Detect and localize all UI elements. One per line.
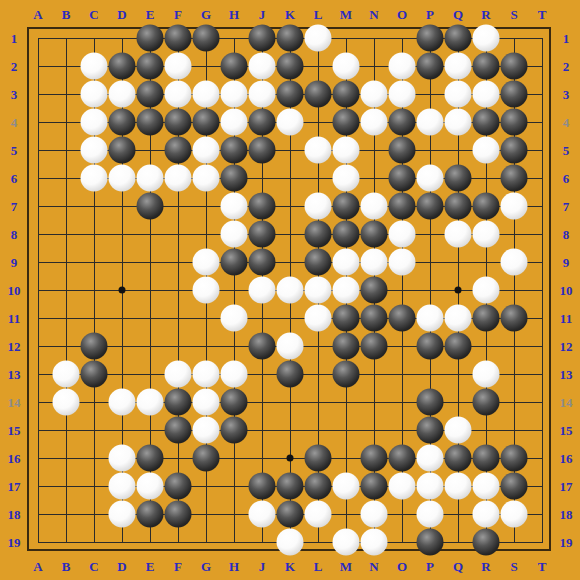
col-label-top-F: F <box>174 8 182 21</box>
row-label-left-7: 7 <box>11 200 18 213</box>
white-stone-C2[interactable] <box>81 53 108 80</box>
row-label-left-10: 10 <box>8 284 21 297</box>
white-stone-P16[interactable] <box>417 445 444 472</box>
white-stone-H4[interactable] <box>221 109 248 136</box>
row-label-right-1: 1 <box>563 32 570 45</box>
col-label-top-B: B <box>62 8 71 21</box>
row-label-right-17: 17 <box>560 480 573 493</box>
row-label-left-3: 3 <box>11 88 18 101</box>
row-label-left-2: 2 <box>11 60 18 73</box>
row-label-left-15: 15 <box>8 424 21 437</box>
black-stone-G4[interactable] <box>193 109 220 136</box>
white-stone-G5[interactable] <box>193 137 220 164</box>
white-stone-M10[interactable] <box>333 277 360 304</box>
white-stone-C4[interactable] <box>81 109 108 136</box>
white-stone-S18[interactable] <box>501 501 528 528</box>
black-stone-O7[interactable] <box>389 193 416 220</box>
white-stone-P18[interactable] <box>417 501 444 528</box>
black-stone-H5[interactable] <box>221 137 248 164</box>
row-label-left-5: 5 <box>11 144 18 157</box>
row-label-right-16: 16 <box>560 452 573 465</box>
black-stone-J17[interactable] <box>249 473 276 500</box>
black-stone-H9[interactable] <box>221 249 248 276</box>
col-label-bottom-G: G <box>201 560 211 573</box>
white-stone-Q3[interactable] <box>445 81 472 108</box>
white-stone-C6[interactable] <box>81 165 108 192</box>
col-label-bottom-F: F <box>174 560 182 573</box>
black-stone-G16[interactable] <box>193 445 220 472</box>
black-stone-C12[interactable] <box>81 333 108 360</box>
black-stone-N10[interactable] <box>361 277 388 304</box>
white-stone-D6[interactable] <box>109 165 136 192</box>
white-stone-F13[interactable] <box>165 361 192 388</box>
white-stone-N4[interactable] <box>361 109 388 136</box>
black-stone-N16[interactable] <box>361 445 388 472</box>
black-stone-O5[interactable] <box>389 137 416 164</box>
row-label-right-5: 5 <box>563 144 570 157</box>
black-stone-L3[interactable] <box>305 81 332 108</box>
black-stone-E18[interactable] <box>137 501 164 528</box>
white-stone-R18[interactable] <box>473 501 500 528</box>
white-stone-O9[interactable] <box>389 249 416 276</box>
white-stone-B14[interactable] <box>53 389 80 416</box>
black-stone-S11[interactable] <box>501 305 528 332</box>
black-stone-J8[interactable] <box>249 221 276 248</box>
row-label-left-1: 1 <box>11 32 18 45</box>
black-stone-M12[interactable] <box>333 333 360 360</box>
white-stone-M9[interactable] <box>333 249 360 276</box>
white-stone-L1[interactable] <box>305 25 332 52</box>
white-stone-O3[interactable] <box>389 81 416 108</box>
black-stone-E1[interactable] <box>137 25 164 52</box>
white-stone-Q15[interactable] <box>445 417 472 444</box>
white-stone-L5[interactable] <box>305 137 332 164</box>
black-stone-J1[interactable] <box>249 25 276 52</box>
row-label-left-14: 14 <box>8 396 21 409</box>
white-stone-O17[interactable] <box>389 473 416 500</box>
white-stone-N3[interactable] <box>361 81 388 108</box>
col-label-top-Q: Q <box>453 8 463 21</box>
black-stone-P15[interactable] <box>417 417 444 444</box>
row-label-right-12: 12 <box>560 340 573 353</box>
black-stone-P19[interactable] <box>417 529 444 556</box>
col-label-top-K: K <box>285 8 295 21</box>
white-stone-C5[interactable] <box>81 137 108 164</box>
col-label-top-L: L <box>314 8 323 21</box>
white-stone-D14[interactable] <box>109 389 136 416</box>
white-stone-P6[interactable] <box>417 165 444 192</box>
white-stone-K12[interactable] <box>277 333 304 360</box>
white-stone-R17[interactable] <box>473 473 500 500</box>
black-stone-O16[interactable] <box>389 445 416 472</box>
row-label-left-9: 9 <box>11 256 18 269</box>
black-stone-Q1[interactable] <box>445 25 472 52</box>
white-stone-Q2[interactable] <box>445 53 472 80</box>
row-label-right-6: 6 <box>563 172 570 185</box>
row-label-left-19: 19 <box>8 536 21 549</box>
black-stone-E4[interactable] <box>137 109 164 136</box>
col-label-bottom-B: B <box>62 560 71 573</box>
black-stone-E3[interactable] <box>137 81 164 108</box>
white-stone-F3[interactable] <box>165 81 192 108</box>
white-stone-R13[interactable] <box>473 361 500 388</box>
black-stone-F5[interactable] <box>165 137 192 164</box>
col-label-top-E: E <box>146 8 155 21</box>
white-stone-N9[interactable] <box>361 249 388 276</box>
col-label-top-P: P <box>426 8 434 21</box>
black-stone-F18[interactable] <box>165 501 192 528</box>
black-stone-E16[interactable] <box>137 445 164 472</box>
black-stone-K18[interactable] <box>277 501 304 528</box>
white-stone-B13[interactable] <box>53 361 80 388</box>
col-label-top-N: N <box>369 8 378 21</box>
black-stone-K2[interactable] <box>277 53 304 80</box>
black-stone-K17[interactable] <box>277 473 304 500</box>
white-stone-P11[interactable] <box>417 305 444 332</box>
white-stone-P17[interactable] <box>417 473 444 500</box>
black-stone-L8[interactable] <box>305 221 332 248</box>
black-stone-S4[interactable] <box>501 109 528 136</box>
col-label-top-C: C <box>89 8 98 21</box>
white-stone-H8[interactable] <box>221 221 248 248</box>
white-stone-D17[interactable] <box>109 473 136 500</box>
row-label-right-2: 2 <box>563 60 570 73</box>
black-stone-S6[interactable] <box>501 165 528 192</box>
black-stone-K1[interactable] <box>277 25 304 52</box>
black-stone-J4[interactable] <box>249 109 276 136</box>
white-stone-E6[interactable] <box>137 165 164 192</box>
black-stone-F1[interactable] <box>165 25 192 52</box>
white-stone-L7[interactable] <box>305 193 332 220</box>
white-stone-G13[interactable] <box>193 361 220 388</box>
white-stone-G6[interactable] <box>193 165 220 192</box>
white-stone-J3[interactable] <box>249 81 276 108</box>
black-stone-Q6[interactable] <box>445 165 472 192</box>
black-stone-O6[interactable] <box>389 165 416 192</box>
col-label-top-R: R <box>481 8 490 21</box>
white-stone-R8[interactable] <box>473 221 500 248</box>
black-stone-F14[interactable] <box>165 389 192 416</box>
black-stone-H15[interactable] <box>221 417 248 444</box>
row-label-right-7: 7 <box>563 200 570 213</box>
row-label-right-19: 19 <box>560 536 573 549</box>
black-stone-F17[interactable] <box>165 473 192 500</box>
row-label-left-11: 11 <box>8 312 20 325</box>
col-label-top-G: G <box>201 8 211 21</box>
white-stone-H13[interactable] <box>221 361 248 388</box>
black-stone-K3[interactable] <box>277 81 304 108</box>
row-label-left-18: 18 <box>8 508 21 521</box>
white-stone-F6[interactable] <box>165 165 192 192</box>
black-stone-N8[interactable] <box>361 221 388 248</box>
black-stone-L17[interactable] <box>305 473 332 500</box>
white-stone-J18[interactable] <box>249 501 276 528</box>
white-stone-M6[interactable] <box>333 165 360 192</box>
black-stone-O4[interactable] <box>389 109 416 136</box>
black-stone-D4[interactable] <box>109 109 136 136</box>
white-stone-M5[interactable] <box>333 137 360 164</box>
white-stone-N19[interactable] <box>361 529 388 556</box>
col-label-top-D: D <box>117 8 126 21</box>
white-stone-O2[interactable] <box>389 53 416 80</box>
white-stone-J2[interactable] <box>249 53 276 80</box>
black-stone-J9[interactable] <box>249 249 276 276</box>
white-stone-E14[interactable] <box>137 389 164 416</box>
black-stone-R16[interactable] <box>473 445 500 472</box>
white-stone-L18[interactable] <box>305 501 332 528</box>
col-label-bottom-D: D <box>117 560 126 573</box>
row-label-right-4: 4 <box>563 116 570 129</box>
black-stone-O11[interactable] <box>389 305 416 332</box>
white-stone-J10[interactable] <box>249 277 276 304</box>
black-stone-F4[interactable] <box>165 109 192 136</box>
row-label-left-6: 6 <box>11 172 18 185</box>
black-stone-J5[interactable] <box>249 137 276 164</box>
star-point-K16 <box>287 455 294 462</box>
black-stone-N17[interactable] <box>361 473 388 500</box>
row-label-left-8: 8 <box>11 228 18 241</box>
white-stone-K4[interactable] <box>277 109 304 136</box>
white-stone-R3[interactable] <box>473 81 500 108</box>
col-label-bottom-M: M <box>340 560 352 573</box>
black-stone-M4[interactable] <box>333 109 360 136</box>
col-label-bottom-T: T <box>538 560 547 573</box>
white-stone-H7[interactable] <box>221 193 248 220</box>
row-label-right-13: 13 <box>560 368 573 381</box>
black-stone-S17[interactable] <box>501 473 528 500</box>
black-stone-P1[interactable] <box>417 25 444 52</box>
black-stone-R4[interactable] <box>473 109 500 136</box>
black-stone-S16[interactable] <box>501 445 528 472</box>
black-stone-G1[interactable] <box>193 25 220 52</box>
col-label-bottom-L: L <box>314 560 323 573</box>
white-stone-N7[interactable] <box>361 193 388 220</box>
white-stone-D3[interactable] <box>109 81 136 108</box>
black-stone-P2[interactable] <box>417 53 444 80</box>
white-stone-G15[interactable] <box>193 417 220 444</box>
black-stone-R2[interactable] <box>473 53 500 80</box>
white-stone-R10[interactable] <box>473 277 500 304</box>
black-stone-D2[interactable] <box>109 53 136 80</box>
white-stone-F2[interactable] <box>165 53 192 80</box>
col-label-top-J: J <box>259 8 266 21</box>
row-label-right-11: 11 <box>560 312 572 325</box>
black-stone-M8[interactable] <box>333 221 360 248</box>
black-stone-S3[interactable] <box>501 81 528 108</box>
white-stone-L11[interactable] <box>305 305 332 332</box>
black-stone-S2[interactable] <box>501 53 528 80</box>
black-stone-M7[interactable] <box>333 193 360 220</box>
white-stone-M19[interactable] <box>333 529 360 556</box>
col-label-bottom-Q: Q <box>453 560 463 573</box>
white-stone-K10[interactable] <box>277 277 304 304</box>
white-stone-S7[interactable] <box>501 193 528 220</box>
white-stone-N18[interactable] <box>361 501 388 528</box>
col-label-bottom-J: J <box>259 560 266 573</box>
col-label-top-S: S <box>510 8 517 21</box>
white-stone-H3[interactable] <box>221 81 248 108</box>
black-stone-M3[interactable] <box>333 81 360 108</box>
white-stone-L10[interactable] <box>305 277 332 304</box>
white-stone-G3[interactable] <box>193 81 220 108</box>
black-stone-Q7[interactable] <box>445 193 472 220</box>
col-label-top-T: T <box>538 8 547 21</box>
black-stone-N12[interactable] <box>361 333 388 360</box>
black-stone-H14[interactable] <box>221 389 248 416</box>
white-stone-Q17[interactable] <box>445 473 472 500</box>
black-stone-R14[interactable] <box>473 389 500 416</box>
col-label-bottom-E: E <box>146 560 155 573</box>
white-stone-M17[interactable] <box>333 473 360 500</box>
col-label-bottom-K: K <box>285 560 295 573</box>
go-board[interactable]: AABBCCDDEEFFGGHHJJKKLLMMNNOOPPQQRRSSTT11… <box>0 0 580 580</box>
white-stone-C3[interactable] <box>81 81 108 108</box>
col-label-bottom-O: O <box>397 560 407 573</box>
star-point-D10 <box>119 287 126 294</box>
black-stone-E7[interactable] <box>137 193 164 220</box>
black-stone-Q16[interactable] <box>445 445 472 472</box>
col-label-bottom-S: S <box>510 560 517 573</box>
row-label-right-3: 3 <box>563 88 570 101</box>
black-stone-P12[interactable] <box>417 333 444 360</box>
row-label-right-8: 8 <box>563 228 570 241</box>
row-label-right-10: 10 <box>560 284 573 297</box>
black-stone-M11[interactable] <box>333 305 360 332</box>
white-stone-D18[interactable] <box>109 501 136 528</box>
black-stone-R7[interactable] <box>473 193 500 220</box>
black-stone-H6[interactable] <box>221 165 248 192</box>
row-label-left-4: 4 <box>11 116 18 129</box>
row-label-left-13: 13 <box>8 368 21 381</box>
black-stone-K13[interactable] <box>277 361 304 388</box>
black-stone-H2[interactable] <box>221 53 248 80</box>
row-label-left-12: 12 <box>8 340 21 353</box>
white-stone-G14[interactable] <box>193 389 220 416</box>
black-stone-J7[interactable] <box>249 193 276 220</box>
black-stone-D5[interactable] <box>109 137 136 164</box>
black-stone-E2[interactable] <box>137 53 164 80</box>
row-label-right-18: 18 <box>560 508 573 521</box>
black-stone-R19[interactable] <box>473 529 500 556</box>
row-label-right-14: 14 <box>560 396 573 409</box>
col-label-top-A: A <box>33 8 42 21</box>
black-stone-R11[interactable] <box>473 305 500 332</box>
black-stone-M13[interactable] <box>333 361 360 388</box>
white-stone-S9[interactable] <box>501 249 528 276</box>
col-label-top-O: O <box>397 8 407 21</box>
white-stone-R5[interactable] <box>473 137 500 164</box>
row-label-left-17: 17 <box>8 480 21 493</box>
col-label-top-M: M <box>340 8 352 21</box>
white-stone-Q11[interactable] <box>445 305 472 332</box>
black-stone-L9[interactable] <box>305 249 332 276</box>
black-stone-C13[interactable] <box>81 361 108 388</box>
col-label-bottom-C: C <box>89 560 98 573</box>
white-stone-G10[interactable] <box>193 277 220 304</box>
white-stone-H11[interactable] <box>221 305 248 332</box>
black-stone-L16[interactable] <box>305 445 332 472</box>
col-label-bottom-P: P <box>426 560 434 573</box>
black-stone-S5[interactable] <box>501 137 528 164</box>
black-stone-P7[interactable] <box>417 193 444 220</box>
white-stone-D16[interactable] <box>109 445 136 472</box>
white-stone-Q8[interactable] <box>445 221 472 248</box>
white-stone-K19[interactable] <box>277 529 304 556</box>
black-stone-Q12[interactable] <box>445 333 472 360</box>
black-stone-F15[interactable] <box>165 417 192 444</box>
black-stone-N11[interactable] <box>361 305 388 332</box>
black-stone-J12[interactable] <box>249 333 276 360</box>
white-stone-Q4[interactable] <box>445 109 472 136</box>
star-point-Q10 <box>455 287 462 294</box>
white-stone-M2[interactable] <box>333 53 360 80</box>
col-label-bottom-N: N <box>369 560 378 573</box>
white-stone-O8[interactable] <box>389 221 416 248</box>
white-stone-E17[interactable] <box>137 473 164 500</box>
white-stone-R1[interactable] <box>473 25 500 52</box>
row-label-right-9: 9 <box>563 256 570 269</box>
row-label-left-16: 16 <box>8 452 21 465</box>
black-stone-P14[interactable] <box>417 389 444 416</box>
row-label-right-15: 15 <box>560 424 573 437</box>
col-label-bottom-H: H <box>229 560 239 573</box>
col-label-bottom-R: R <box>481 560 490 573</box>
white-stone-P4[interactable] <box>417 109 444 136</box>
col-label-bottom-A: A <box>33 560 42 573</box>
white-stone-G9[interactable] <box>193 249 220 276</box>
col-label-top-H: H <box>229 8 239 21</box>
